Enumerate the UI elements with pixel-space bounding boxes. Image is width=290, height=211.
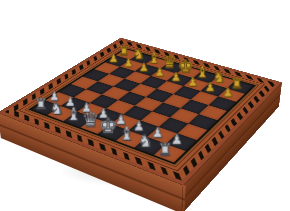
piece-black-pawn-h7[interactable]: ♟ [223, 86, 234, 98]
chess-set-scene: ♜♞♝♛♚♝♞♜♟♟♟♟♟♟♟♟♟♟♟♟♟♟♟♟♜♞♝♛♚♝♞♜ [0, 0, 290, 211]
piece-black-pawn-e7[interactable]: ♟ [171, 71, 181, 83]
piece-white-queen-d1[interactable]: ♛ [82, 110, 100, 130]
piece-white-king-e1[interactable]: ♚ [99, 115, 118, 136]
piece-black-pawn-g7[interactable]: ♟ [205, 81, 216, 93]
piece-white-pawn-g2[interactable]: ♟ [152, 126, 164, 139]
piece-white-bishop-c1[interactable]: ♝ [66, 106, 81, 123]
piece-black-pawn-c7[interactable]: ♟ [139, 62, 149, 73]
piece-black-knight-b8[interactable]: ♞ [133, 48, 145, 62]
piece-black-pawn-b7[interactable]: ♟ [124, 57, 134, 68]
piece-white-knight-g1[interactable]: ♞ [138, 133, 153, 150]
piece-white-bishop-f1[interactable]: ♝ [118, 125, 134, 143]
piece-black-pawn-a7[interactable]: ♟ [109, 53, 119, 64]
square-h1[interactable]: ♜ [154, 144, 186, 163]
piece-white-rook-a1[interactable]: ♜ [34, 97, 47, 112]
piece-black-pawn-d7[interactable]: ♟ [155, 66, 165, 77]
square-f5[interactable] [163, 94, 191, 108]
piece-black-bishop-c8[interactable]: ♝ [147, 51, 160, 66]
piece-white-rook-h1[interactable]: ♜ [158, 141, 173, 157]
piece-white-knight-b1[interactable]: ♞ [50, 101, 64, 117]
piece-black-pawn-f7[interactable]: ♟ [188, 76, 198, 88]
piece-black-rook-a8[interactable]: ♜ [118, 45, 129, 57]
